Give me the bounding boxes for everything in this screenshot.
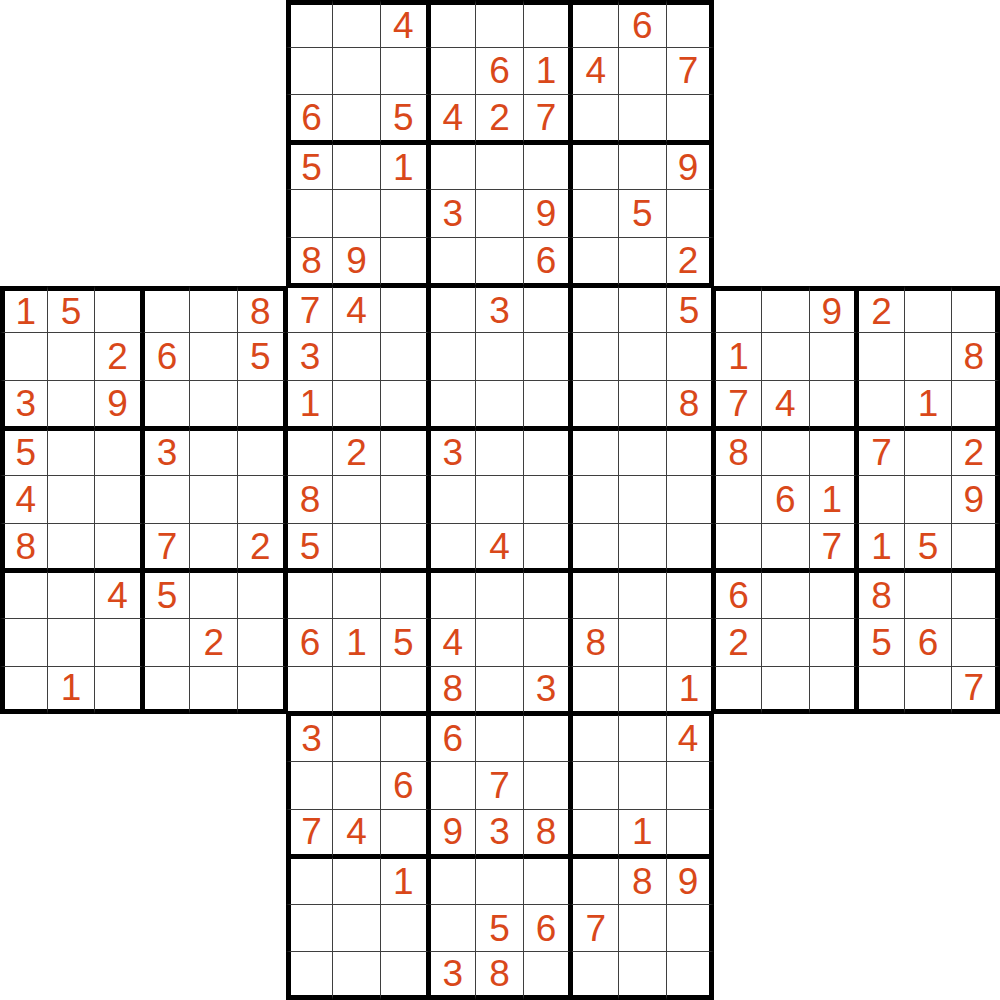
cell-r6c13[interactable] xyxy=(571,238,619,286)
cell-r7c3[interactable] xyxy=(95,286,143,334)
cell-r8c6-given-5[interactable]: 5 xyxy=(238,333,286,381)
cell-r10c15[interactable] xyxy=(667,429,715,477)
cell-r5c10-given-3[interactable]: 3 xyxy=(429,190,477,238)
cell-r15c8[interactable] xyxy=(333,667,381,715)
cell-r21c15[interactable] xyxy=(667,952,715,1000)
cell-r8c14[interactable] xyxy=(619,333,667,381)
cell-r11c1-given-4[interactable]: 4 xyxy=(0,476,48,524)
cell-r15c10-given-8[interactable]: 8 xyxy=(429,667,477,715)
cell-r16c9[interactable] xyxy=(381,714,429,762)
cell-r15c20[interactable] xyxy=(905,667,953,715)
cell-r17c7[interactable] xyxy=(286,762,334,810)
cell-r13c3-given-4[interactable]: 4 xyxy=(95,571,143,619)
cell-r15c9[interactable] xyxy=(381,667,429,715)
cell-r13c8[interactable] xyxy=(333,571,381,619)
cell-r3c7-given-6[interactable]: 6 xyxy=(286,95,334,143)
cell-r8c3-given-2[interactable]: 2 xyxy=(95,333,143,381)
cell-r16c15-given-4[interactable]: 4 xyxy=(667,714,715,762)
cell-r12c6-given-2[interactable]: 2 xyxy=(238,524,286,572)
cell-r13c7[interactable] xyxy=(286,571,334,619)
cell-r9c5[interactable] xyxy=(190,381,238,429)
cell-r10c17[interactable] xyxy=(762,429,810,477)
cell-r7c21[interactable] xyxy=(952,286,1000,334)
cell-r13c16-given-6[interactable]: 6 xyxy=(714,571,762,619)
cell-r19c15-given-9[interactable]: 9 xyxy=(667,857,715,905)
cell-r8c15[interactable] xyxy=(667,333,715,381)
cell-r3c11-given-2[interactable]: 2 xyxy=(476,95,524,143)
cell-r14c18[interactable] xyxy=(810,619,858,667)
cell-r13c12[interactable] xyxy=(524,571,572,619)
cell-r13c9[interactable] xyxy=(381,571,429,619)
cell-r12c11-given-4[interactable]: 4 xyxy=(476,524,524,572)
cell-r1c9-given-4[interactable]: 4 xyxy=(381,0,429,48)
cell-r16c14[interactable] xyxy=(619,714,667,762)
cell-r11c2[interactable] xyxy=(48,476,96,524)
cell-r11c10[interactable] xyxy=(429,476,477,524)
cell-r9c16-given-7[interactable]: 7 xyxy=(714,381,762,429)
cell-r8c4-given-6[interactable]: 6 xyxy=(143,333,191,381)
cell-r14c10-given-4[interactable]: 4 xyxy=(429,619,477,667)
cell-r20c13-given-7[interactable]: 7 xyxy=(571,905,619,953)
cell-r19c13[interactable] xyxy=(571,857,619,905)
cell-r18c8-given-4[interactable]: 4 xyxy=(333,810,381,858)
cell-r9c15-given-8[interactable]: 8 xyxy=(667,381,715,429)
cell-r15c7[interactable] xyxy=(286,667,334,715)
cell-r9c3-given-9[interactable]: 9 xyxy=(95,381,143,429)
cell-r15c14[interactable] xyxy=(619,667,667,715)
cell-r3c9-given-5[interactable]: 5 xyxy=(381,95,429,143)
cell-r10c3[interactable] xyxy=(95,429,143,477)
cell-r13c18[interactable] xyxy=(810,571,858,619)
cell-r20c7[interactable] xyxy=(286,905,334,953)
cell-r21c10-given-3[interactable]: 3 xyxy=(429,952,477,1000)
cell-r10c16-given-8[interactable]: 8 xyxy=(714,429,762,477)
cell-r21c9[interactable] xyxy=(381,952,429,1000)
cell-r12c2[interactable] xyxy=(48,524,96,572)
cell-r14c11[interactable] xyxy=(476,619,524,667)
cell-r8c11[interactable] xyxy=(476,333,524,381)
cell-r5c12-given-9[interactable]: 9 xyxy=(524,190,572,238)
cell-r10c10-given-3[interactable]: 3 xyxy=(429,429,477,477)
cell-r13c13[interactable] xyxy=(571,571,619,619)
cell-r3c10-given-4[interactable]: 4 xyxy=(429,95,477,143)
cell-r13c19-given-8[interactable]: 8 xyxy=(857,571,905,619)
cell-r8c8[interactable] xyxy=(333,333,381,381)
cell-r5c13[interactable] xyxy=(571,190,619,238)
cell-r7c11-given-3[interactable]: 3 xyxy=(476,286,524,334)
cell-r9c2[interactable] xyxy=(48,381,96,429)
cell-r19c14-given-8[interactable]: 8 xyxy=(619,857,667,905)
cell-r9c8[interactable] xyxy=(333,381,381,429)
cell-r17c15[interactable] xyxy=(667,762,715,810)
cell-r21c14[interactable] xyxy=(619,952,667,1000)
cell-r4c8[interactable] xyxy=(333,143,381,191)
cell-r15c16[interactable] xyxy=(714,667,762,715)
cell-r7c18-given-9[interactable]: 9 xyxy=(810,286,858,334)
cell-r7c15-given-5[interactable]: 5 xyxy=(667,286,715,334)
cell-r8c5[interactable] xyxy=(190,333,238,381)
cell-r19c11[interactable] xyxy=(476,857,524,905)
cell-r7c14[interactable] xyxy=(619,286,667,334)
cell-r8c2[interactable] xyxy=(48,333,96,381)
cell-r2c15-given-7[interactable]: 7 xyxy=(667,48,715,96)
cell-r11c9[interactable] xyxy=(381,476,429,524)
cell-r12c4-given-7[interactable]: 7 xyxy=(143,524,191,572)
cell-r12c12[interactable] xyxy=(524,524,572,572)
cell-r3c8[interactable] xyxy=(333,95,381,143)
cell-r15c13[interactable] xyxy=(571,667,619,715)
cell-r13c15[interactable] xyxy=(667,571,715,619)
cell-r13c6[interactable] xyxy=(238,571,286,619)
cell-r9c7-given-1[interactable]: 1 xyxy=(286,381,334,429)
cell-r3c14[interactable] xyxy=(619,95,667,143)
cell-r18c7-given-7[interactable]: 7 xyxy=(286,810,334,858)
cell-r6c9[interactable] xyxy=(381,238,429,286)
cell-r9c20-given-1[interactable]: 1 xyxy=(905,381,953,429)
cell-r13c2[interactable] xyxy=(48,571,96,619)
cell-r20c10[interactable] xyxy=(429,905,477,953)
cell-r14c6[interactable] xyxy=(238,619,286,667)
void-cell xyxy=(952,952,1000,1000)
cell-r1c13[interactable] xyxy=(571,0,619,48)
cell-r13c14[interactable] xyxy=(619,571,667,619)
cell-r10c1-given-5[interactable]: 5 xyxy=(0,429,48,477)
cell-r13c17[interactable] xyxy=(762,571,810,619)
cell-r8c13[interactable] xyxy=(571,333,619,381)
cell-r9c6[interactable] xyxy=(238,381,286,429)
cell-r12c15[interactable] xyxy=(667,524,715,572)
cell-r11c19[interactable] xyxy=(857,476,905,524)
cell-r15c11[interactable] xyxy=(476,667,524,715)
cell-r12c17[interactable] xyxy=(762,524,810,572)
cell-r21c12[interactable] xyxy=(524,952,572,1000)
cell-r10c18[interactable] xyxy=(810,429,858,477)
cell-r21c8[interactable] xyxy=(333,952,381,1000)
cell-r9c19[interactable] xyxy=(857,381,905,429)
cell-r14c1[interactable] xyxy=(0,619,48,667)
cell-r6c15-given-2[interactable]: 2 xyxy=(667,238,715,286)
cell-r20c8[interactable] xyxy=(333,905,381,953)
cell-r15c17[interactable] xyxy=(762,667,810,715)
cell-r2c9[interactable] xyxy=(381,48,429,96)
cell-r15c3[interactable] xyxy=(95,667,143,715)
cell-r9c11[interactable] xyxy=(476,381,524,429)
cell-r4c15-given-9[interactable]: 9 xyxy=(667,143,715,191)
cell-r9c18[interactable] xyxy=(810,381,858,429)
cell-r14c2[interactable] xyxy=(48,619,96,667)
cell-r10c21-given-2[interactable]: 2 xyxy=(952,429,1000,477)
cell-r4c11[interactable] xyxy=(476,143,524,191)
cell-r1c8[interactable] xyxy=(333,0,381,48)
cell-r12c10[interactable] xyxy=(429,524,477,572)
cell-r17c14[interactable] xyxy=(619,762,667,810)
cell-r11c17-given-6[interactable]: 6 xyxy=(762,476,810,524)
cell-r17c10[interactable] xyxy=(429,762,477,810)
cell-r18c13[interactable] xyxy=(571,810,619,858)
cell-r8c21-given-8[interactable]: 8 xyxy=(952,333,1000,381)
cell-r12c9[interactable] xyxy=(381,524,429,572)
cell-r6c7-given-8[interactable]: 8 xyxy=(286,238,334,286)
cell-r8c19[interactable] xyxy=(857,333,905,381)
cell-r8c1[interactable] xyxy=(0,333,48,381)
cell-r9c21[interactable] xyxy=(952,381,1000,429)
cell-r8c16-given-1[interactable]: 1 xyxy=(714,333,762,381)
cell-r15c15-given-1[interactable]: 1 xyxy=(667,667,715,715)
cell-r1c11[interactable] xyxy=(476,0,524,48)
cell-r19c7[interactable] xyxy=(286,857,334,905)
cell-r16c13[interactable] xyxy=(571,714,619,762)
cell-r13c1[interactable] xyxy=(0,571,48,619)
cell-r20c15[interactable] xyxy=(667,905,715,953)
cell-r19c8[interactable] xyxy=(333,857,381,905)
cell-r10c14[interactable] xyxy=(619,429,667,477)
cell-r1c7[interactable] xyxy=(286,0,334,48)
cell-r7c10[interactable] xyxy=(429,286,477,334)
cell-r2c8[interactable] xyxy=(333,48,381,96)
cell-r7c5[interactable] xyxy=(190,286,238,334)
cell-r12c7-given-5[interactable]: 5 xyxy=(286,524,334,572)
cell-r12c19-given-1[interactable]: 1 xyxy=(857,524,905,572)
cell-r11c4[interactable] xyxy=(143,476,191,524)
cell-r15c2-given-1[interactable]: 1 xyxy=(48,667,96,715)
cell-r7c2-given-5[interactable]: 5 xyxy=(48,286,96,334)
cell-r14c8-given-1[interactable]: 1 xyxy=(333,619,381,667)
cell-r16c7-given-3[interactable]: 3 xyxy=(286,714,334,762)
cell-r8c7-given-3[interactable]: 3 xyxy=(286,333,334,381)
cell-r18c10-given-9[interactable]: 9 xyxy=(429,810,477,858)
cell-r14c3[interactable] xyxy=(95,619,143,667)
cell-r9c4[interactable] xyxy=(143,381,191,429)
cell-r17c8[interactable] xyxy=(333,762,381,810)
cell-r11c3[interactable] xyxy=(95,476,143,524)
cell-r7c6-given-8[interactable]: 8 xyxy=(238,286,286,334)
cell-r14c15[interactable] xyxy=(667,619,715,667)
cell-r19c9-given-1[interactable]: 1 xyxy=(381,857,429,905)
cell-r4c10[interactable] xyxy=(429,143,477,191)
cell-r18c12-given-8[interactable]: 8 xyxy=(524,810,572,858)
cell-r20c9[interactable] xyxy=(381,905,429,953)
cell-r16c8[interactable] xyxy=(333,714,381,762)
cell-r11c11[interactable] xyxy=(476,476,524,524)
cell-r17c13[interactable] xyxy=(571,762,619,810)
cell-r20c12-given-6[interactable]: 6 xyxy=(524,905,572,953)
cell-r12c13[interactable] xyxy=(571,524,619,572)
cell-r18c14-given-1[interactable]: 1 xyxy=(619,810,667,858)
cell-r10c6[interactable] xyxy=(238,429,286,477)
cell-r7c4[interactable] xyxy=(143,286,191,334)
cell-r14c20-given-6[interactable]: 6 xyxy=(905,619,953,667)
cell-r18c15[interactable] xyxy=(667,810,715,858)
cell-r8c20[interactable] xyxy=(905,333,953,381)
cell-r20c11-given-5[interactable]: 5 xyxy=(476,905,524,953)
cell-r7c12[interactable] xyxy=(524,286,572,334)
cell-r13c21[interactable] xyxy=(952,571,1000,619)
cell-r10c12[interactable] xyxy=(524,429,572,477)
cell-r2c12-given-1[interactable]: 1 xyxy=(524,48,572,96)
cell-r19c10[interactable] xyxy=(429,857,477,905)
cell-r10c9[interactable] xyxy=(381,429,429,477)
cell-r17c11-given-7[interactable]: 7 xyxy=(476,762,524,810)
cell-r13c5[interactable] xyxy=(190,571,238,619)
cell-r15c12-given-3[interactable]: 3 xyxy=(524,667,572,715)
void-cell xyxy=(952,238,1000,286)
cell-r4c14[interactable] xyxy=(619,143,667,191)
cell-r9c17-given-4[interactable]: 4 xyxy=(762,381,810,429)
cell-r9c9[interactable] xyxy=(381,381,429,429)
cell-r12c21[interactable] xyxy=(952,524,1000,572)
cell-r3c12-given-7[interactable]: 7 xyxy=(524,95,572,143)
cell-r8c17[interactable] xyxy=(762,333,810,381)
cell-r10c2[interactable] xyxy=(48,429,96,477)
cell-r7c19-given-2[interactable]: 2 xyxy=(857,286,905,334)
cell-r21c7[interactable] xyxy=(286,952,334,1000)
cell-r11c21-given-9[interactable]: 9 xyxy=(952,476,1000,524)
cell-r15c1[interactable] xyxy=(0,667,48,715)
cell-r10c13[interactable] xyxy=(571,429,619,477)
cell-r7c9[interactable] xyxy=(381,286,429,334)
cell-r1c15[interactable] xyxy=(667,0,715,48)
cell-r15c21-given-7[interactable]: 7 xyxy=(952,667,1000,715)
cell-r2c10[interactable] xyxy=(429,48,477,96)
cell-r19c12[interactable] xyxy=(524,857,572,905)
cell-r13c10[interactable] xyxy=(429,571,477,619)
cell-r10c7[interactable] xyxy=(286,429,334,477)
cell-r11c5[interactable] xyxy=(190,476,238,524)
cell-r16c10-given-6[interactable]: 6 xyxy=(429,714,477,762)
cell-r7c13[interactable] xyxy=(571,286,619,334)
cell-r11c7-given-8[interactable]: 8 xyxy=(286,476,334,524)
cell-r2c7[interactable] xyxy=(286,48,334,96)
cell-r11c6[interactable] xyxy=(238,476,286,524)
cell-r12c1-given-8[interactable]: 8 xyxy=(0,524,48,572)
cell-r6c8-given-9[interactable]: 9 xyxy=(333,238,381,286)
cell-r8c12[interactable] xyxy=(524,333,572,381)
cell-r14c5-given-2[interactable]: 2 xyxy=(190,619,238,667)
cell-r8c18[interactable] xyxy=(810,333,858,381)
cell-r11c8[interactable] xyxy=(333,476,381,524)
cell-r14c17[interactable] xyxy=(762,619,810,667)
cell-r21c13[interactable] xyxy=(571,952,619,1000)
cell-r5c7[interactable] xyxy=(286,190,334,238)
cell-r7c1-given-1[interactable]: 1 xyxy=(0,286,48,334)
cell-r9c13[interactable] xyxy=(571,381,619,429)
cell-r12c3[interactable] xyxy=(95,524,143,572)
cell-r13c20[interactable] xyxy=(905,571,953,619)
cell-r2c13-given-4[interactable]: 4 xyxy=(571,48,619,96)
cell-r4c13[interactable] xyxy=(571,143,619,191)
cell-r12c18-given-7[interactable]: 7 xyxy=(810,524,858,572)
cell-r5c15[interactable] xyxy=(667,190,715,238)
cell-r14c9-given-5[interactable]: 5 xyxy=(381,619,429,667)
cell-r10c20[interactable] xyxy=(905,429,953,477)
cell-r11c14[interactable] xyxy=(619,476,667,524)
cell-r3c13[interactable] xyxy=(571,95,619,143)
cell-r14c7-given-6[interactable]: 6 xyxy=(286,619,334,667)
cell-r2c11-given-6[interactable]: 6 xyxy=(476,48,524,96)
cell-r13c4-given-5[interactable]: 5 xyxy=(143,571,191,619)
cell-r14c4[interactable] xyxy=(143,619,191,667)
cell-r16c11[interactable] xyxy=(476,714,524,762)
cell-r11c13[interactable] xyxy=(571,476,619,524)
cell-r9c10[interactable] xyxy=(429,381,477,429)
cell-r3c15[interactable] xyxy=(667,95,715,143)
cell-r12c8[interactable] xyxy=(333,524,381,572)
cell-r14c21[interactable] xyxy=(952,619,1000,667)
cell-r17c9-given-6[interactable]: 6 xyxy=(381,762,429,810)
cell-r8c9[interactable] xyxy=(381,333,429,381)
cell-r12c20-given-5[interactable]: 5 xyxy=(905,524,953,572)
cell-r2c14[interactable] xyxy=(619,48,667,96)
cell-r12c14[interactable] xyxy=(619,524,667,572)
cell-r17c12[interactable] xyxy=(524,762,572,810)
cell-r12c5[interactable] xyxy=(190,524,238,572)
cell-r15c19[interactable] xyxy=(857,667,905,715)
cell-r9c1-given-3[interactable]: 3 xyxy=(0,381,48,429)
cell-r10c8-given-2[interactable]: 2 xyxy=(333,429,381,477)
cell-r14c14[interactable] xyxy=(619,619,667,667)
cell-r14c13-given-8[interactable]: 8 xyxy=(571,619,619,667)
cell-r7c17[interactable] xyxy=(762,286,810,334)
cell-r10c5[interactable] xyxy=(190,429,238,477)
cell-r1c12[interactable] xyxy=(524,0,572,48)
cell-r18c11-given-3[interactable]: 3 xyxy=(476,810,524,858)
void-cell xyxy=(190,48,238,96)
cell-r7c16[interactable] xyxy=(714,286,762,334)
cell-r5c8[interactable] xyxy=(333,190,381,238)
cell-r14c12[interactable] xyxy=(524,619,572,667)
cell-r13c11[interactable] xyxy=(476,571,524,619)
cell-r15c4[interactable] xyxy=(143,667,191,715)
cell-r11c15[interactable] xyxy=(667,476,715,524)
cell-r7c8-given-4[interactable]: 4 xyxy=(333,286,381,334)
cell-r11c20[interactable] xyxy=(905,476,953,524)
cell-r4c12[interactable] xyxy=(524,143,572,191)
cell-r4c7-given-5[interactable]: 5 xyxy=(286,143,334,191)
cell-r11c18-given-1[interactable]: 1 xyxy=(810,476,858,524)
cell-r11c12[interactable] xyxy=(524,476,572,524)
cell-r15c5[interactable] xyxy=(190,667,238,715)
cell-r6c14[interactable] xyxy=(619,238,667,286)
cell-r14c19-given-5[interactable]: 5 xyxy=(857,619,905,667)
cell-r9c12[interactable] xyxy=(524,381,572,429)
cell-r6c12-given-6[interactable]: 6 xyxy=(524,238,572,286)
cell-r15c6[interactable] xyxy=(238,667,286,715)
cell-r14c16-given-2[interactable]: 2 xyxy=(714,619,762,667)
cell-r1c14-given-6[interactable]: 6 xyxy=(619,0,667,48)
cell-r20c14[interactable] xyxy=(619,905,667,953)
cell-r12c16[interactable] xyxy=(714,524,762,572)
cell-r7c20[interactable] xyxy=(905,286,953,334)
cell-r5c9[interactable] xyxy=(381,190,429,238)
cell-r11c16[interactable] xyxy=(714,476,762,524)
cell-r5c11[interactable] xyxy=(476,190,524,238)
cell-r10c19-given-7[interactable]: 7 xyxy=(857,429,905,477)
cell-r4c9-given-1[interactable]: 1 xyxy=(381,143,429,191)
cell-r5c14-given-5[interactable]: 5 xyxy=(619,190,667,238)
cell-r7c7-given-7[interactable]: 7 xyxy=(286,286,334,334)
cell-r10c11[interactable] xyxy=(476,429,524,477)
cell-r9c14[interactable] xyxy=(619,381,667,429)
cell-r1c10[interactable] xyxy=(429,0,477,48)
cell-r10c4-given-3[interactable]: 3 xyxy=(143,429,191,477)
cell-r15c18[interactable] xyxy=(810,667,858,715)
cell-r6c10[interactable] xyxy=(429,238,477,286)
cell-r16c12[interactable] xyxy=(524,714,572,762)
cell-r18c9[interactable] xyxy=(381,810,429,858)
cell-r8c10[interactable] xyxy=(429,333,477,381)
cell-r21c11-given-8[interactable]: 8 xyxy=(476,952,524,1000)
cell-r6c11[interactable] xyxy=(476,238,524,286)
